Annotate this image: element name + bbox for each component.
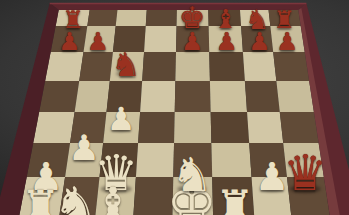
piece-white-bishop-c1[interactable]: ♝ xyxy=(91,182,135,215)
square-g5[interactable] xyxy=(245,81,280,112)
square-e6[interactable] xyxy=(175,52,210,81)
square-d4[interactable] xyxy=(138,112,175,143)
square-d6[interactable] xyxy=(142,52,176,81)
square-f4[interactable] xyxy=(211,112,250,143)
square-d7[interactable] xyxy=(144,26,177,52)
square-f3[interactable] xyxy=(211,143,251,177)
square-h4[interactable] xyxy=(280,112,319,143)
square-g6[interactable] xyxy=(243,52,276,81)
square-h5[interactable] xyxy=(276,81,314,112)
piece-black-pawn-b7[interactable]: ♟ xyxy=(87,30,109,55)
square-d5[interactable] xyxy=(140,81,175,112)
square-a5[interactable] xyxy=(39,81,79,112)
square-b8[interactable] xyxy=(87,10,117,26)
piece-white-rook-f1[interactable]: ♜ xyxy=(214,185,254,215)
square-h6[interactable] xyxy=(273,52,309,81)
square-f6[interactable] xyxy=(209,52,245,81)
square-f5[interactable] xyxy=(210,81,247,112)
piece-white-knight-e2[interactable]: ♞ xyxy=(171,151,213,198)
square-b5[interactable] xyxy=(75,81,110,112)
square-d8[interactable] xyxy=(146,10,177,26)
piece-black-pawn-h7[interactable]: ♟ xyxy=(276,30,298,55)
piece-white-pawn-c4[interactable]: ♟ xyxy=(107,103,136,135)
square-c8[interactable] xyxy=(116,10,147,26)
piece-black-pawn-f7[interactable]: ♟ xyxy=(215,30,237,55)
square-e5[interactable] xyxy=(175,81,211,112)
chess-scene: ♜♚♝♞♜♟♟♟♟♟♟♞♟♟♚♟♛♞♟♛♜♞♝♜ xyxy=(0,0,349,215)
square-g4[interactable] xyxy=(247,112,283,143)
square-b6[interactable] xyxy=(79,52,113,81)
piece-black-pawn-a7[interactable]: ♟ xyxy=(58,30,80,55)
square-a6[interactable] xyxy=(45,52,83,81)
piece-black-pawn-g7[interactable]: ♟ xyxy=(248,30,270,55)
piece-black-pawn-e7[interactable]: ♟ xyxy=(181,30,203,55)
piece-black-knight-c6[interactable]: ♞ xyxy=(111,48,141,81)
piece-black-queen-h2[interactable]: ♛ xyxy=(283,149,327,198)
square-e4[interactable] xyxy=(174,112,211,143)
